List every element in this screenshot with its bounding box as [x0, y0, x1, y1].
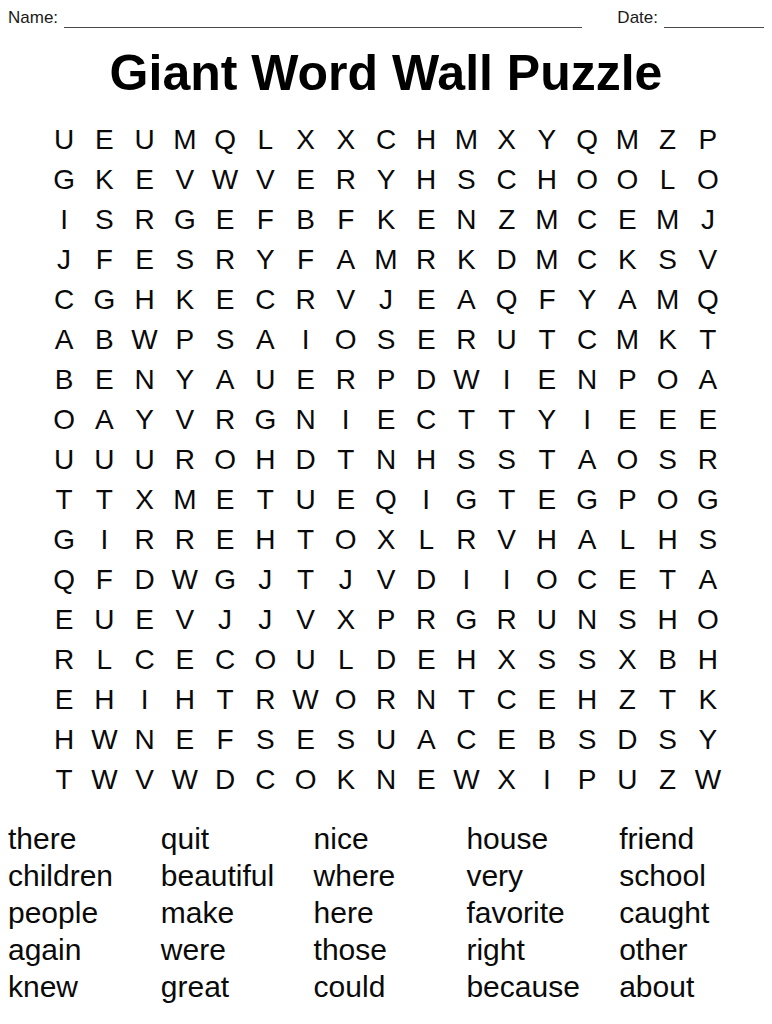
grid-cell: K	[326, 760, 366, 800]
grid-cell: V	[245, 160, 285, 200]
grid-cell: F	[205, 720, 245, 760]
grid-cell: S	[326, 720, 366, 760]
grid-cell: F	[285, 240, 325, 280]
worksheet-header: Name: Date:	[0, 0, 772, 28]
grid-cell: H	[44, 720, 84, 760]
grid-cell: I	[285, 320, 325, 360]
word-list-item: house	[466, 820, 619, 857]
worksheet-page: Name: Date: Giant Word Wall Puzzle UEUMQ…	[0, 0, 772, 1024]
word-list-item: beautiful	[161, 857, 314, 894]
grid-cell: C	[567, 240, 607, 280]
grid-cell: N	[406, 680, 446, 720]
grid-cell: L	[245, 120, 285, 160]
grid-cell: I	[326, 400, 366, 440]
grid-cell: X	[366, 520, 406, 560]
grid-cell: U	[245, 360, 285, 400]
grid-cell: A	[446, 280, 486, 320]
grid-cell: U	[124, 440, 164, 480]
word-list-item: right	[466, 931, 619, 968]
grid-cell: H	[446, 640, 486, 680]
grid-cell: E	[285, 360, 325, 400]
grid-cell: O	[607, 440, 647, 480]
grid-cell: R	[366, 680, 406, 720]
grid-cell: T	[527, 320, 567, 360]
grid-cell: E	[648, 400, 688, 440]
grid-cell: X	[487, 760, 527, 800]
grid-cell: C	[567, 560, 607, 600]
grid-cell: R	[406, 600, 446, 640]
grid-cell: V	[165, 400, 205, 440]
grid-cell: Y	[165, 360, 205, 400]
grid-cell: U	[527, 600, 567, 640]
grid-cell: X	[326, 120, 366, 160]
grid-cell: E	[366, 400, 406, 440]
grid-cell: R	[205, 240, 245, 280]
grid-cell: S	[648, 720, 688, 760]
grid-cell: X	[487, 120, 527, 160]
grid-cell: I	[124, 680, 164, 720]
grid-cell: J	[326, 560, 366, 600]
grid-cell: E	[406, 280, 446, 320]
grid-cell: C	[446, 720, 486, 760]
grid-cell: V	[124, 760, 164, 800]
grid-cell: T	[44, 480, 84, 520]
grid-cell: J	[245, 600, 285, 640]
grid-cell: U	[44, 120, 84, 160]
word-list-item: caught	[619, 894, 772, 931]
grid-cell: R	[406, 240, 446, 280]
grid-cell: E	[124, 600, 164, 640]
grid-cell: I	[446, 560, 486, 600]
grid-cell: R	[326, 160, 366, 200]
grid-cell: W	[84, 760, 124, 800]
grid-cell: C	[567, 200, 607, 240]
grid-cell: E	[165, 640, 205, 680]
grid-cell: E	[527, 480, 567, 520]
grid-cell: W	[165, 760, 205, 800]
grid-cell: K	[84, 160, 124, 200]
grid-cell: V	[165, 160, 205, 200]
grid-cell: T	[205, 680, 245, 720]
grid-cell: Y	[124, 400, 164, 440]
grid-cell: E	[527, 680, 567, 720]
grid-cell: K	[446, 240, 486, 280]
grid-cell: S	[648, 440, 688, 480]
grid-cell: S	[245, 720, 285, 760]
grid-cell: J	[245, 560, 285, 600]
grid-cell: O	[205, 440, 245, 480]
grid-cell: R	[446, 520, 486, 560]
grid-cell: G	[688, 480, 728, 520]
grid-cell: E	[607, 400, 647, 440]
grid-cell: O	[285, 760, 325, 800]
grid-cell: J	[44, 240, 84, 280]
grid-cell: T	[245, 480, 285, 520]
grid-cell: H	[245, 440, 285, 480]
grid-cell: V	[366, 560, 406, 600]
grid-cell: W	[165, 560, 205, 600]
grid-cell: C	[205, 640, 245, 680]
grid-cell: V	[285, 600, 325, 640]
grid-cell: E	[406, 640, 446, 680]
word-list-item: there	[8, 820, 161, 857]
grid-cell: E	[205, 200, 245, 240]
grid-cell: Y	[366, 160, 406, 200]
grid-cell: O	[245, 640, 285, 680]
grid-cell: H	[124, 280, 164, 320]
grid-cell: A	[688, 560, 728, 600]
grid-cell: Z	[648, 120, 688, 160]
grid-cell: O	[567, 160, 607, 200]
grid-cell: P	[688, 120, 728, 160]
word-list-item: could	[314, 968, 467, 1005]
grid-cell: X	[326, 600, 366, 640]
grid-cell: H	[688, 640, 728, 680]
grid-cell: T	[487, 400, 527, 440]
grid-cell: Q	[567, 120, 607, 160]
grid-cell: E	[205, 280, 245, 320]
grid-cell: Z	[607, 680, 647, 720]
word-list: therequitnicehousefriendchildrenbeautifu…	[8, 820, 772, 1005]
grid-cell: S	[648, 240, 688, 280]
grid-cell: E	[406, 760, 446, 800]
grid-cell: J	[688, 200, 728, 240]
grid-cell: B	[527, 720, 567, 760]
grid-cell: H	[527, 160, 567, 200]
grid-cell: U	[84, 440, 124, 480]
grid-cell: L	[607, 520, 647, 560]
grid-cell: H	[406, 120, 446, 160]
grid-cell: Y	[567, 280, 607, 320]
grid-cell: Q	[44, 560, 84, 600]
grid-cell: T	[84, 480, 124, 520]
grid-cell: I	[487, 360, 527, 400]
grid-cell: K	[165, 280, 205, 320]
grid-cell: R	[245, 680, 285, 720]
name-label: Name:	[8, 8, 58, 28]
grid-cell: S	[487, 440, 527, 480]
grid-cell: T	[688, 320, 728, 360]
grid-cell: D	[406, 360, 446, 400]
grid-cell: I	[406, 480, 446, 520]
grid-cell: B	[285, 200, 325, 240]
grid-cell: U	[487, 320, 527, 360]
date-label: Date:	[617, 8, 658, 28]
grid-cell: D	[205, 760, 245, 800]
grid-cell: H	[648, 600, 688, 640]
grid-cell: F	[84, 240, 124, 280]
grid-cell: G	[44, 520, 84, 560]
word-list-item: about	[619, 968, 772, 1005]
grid-cell: K	[607, 240, 647, 280]
grid-cell: N	[567, 600, 607, 640]
grid-cell: D	[487, 240, 527, 280]
grid-cell: G	[567, 480, 607, 520]
grid-cell: E	[607, 200, 647, 240]
grid-cell: N	[124, 720, 164, 760]
grid-cell: L	[648, 160, 688, 200]
grid-cell: S	[165, 240, 205, 280]
grid-cell: E	[205, 520, 245, 560]
name-blank-line	[64, 13, 582, 28]
grid-cell: M	[446, 120, 486, 160]
grid-cell: S	[607, 600, 647, 640]
word-list-item: those	[314, 931, 467, 968]
grid-cell: I	[527, 760, 567, 800]
word-list-item: nice	[314, 820, 467, 857]
grid-cell: T	[648, 560, 688, 600]
grid-cell: M	[366, 240, 406, 280]
grid-cell: S	[446, 440, 486, 480]
grid-cell: C	[406, 400, 446, 440]
grid-cell: R	[688, 440, 728, 480]
grid-cell: Y	[527, 400, 567, 440]
grid-cell: Q	[366, 480, 406, 520]
grid-cell: O	[688, 160, 728, 200]
grid-cell: O	[648, 360, 688, 400]
grid-cell: H	[84, 680, 124, 720]
grid-cell: E	[406, 320, 446, 360]
grid-cell: M	[527, 200, 567, 240]
word-list-item: children	[8, 857, 161, 894]
grid-cell: E	[285, 160, 325, 200]
grid-cell: W	[688, 760, 728, 800]
grid-cell: E	[124, 160, 164, 200]
grid-cell: O	[326, 680, 366, 720]
grid-cell: D	[124, 560, 164, 600]
grid-cell: V	[165, 600, 205, 640]
grid-cell: B	[648, 640, 688, 680]
grid-cell: Q	[205, 120, 245, 160]
name-field: Name:	[8, 8, 589, 28]
grid-cell: O	[688, 600, 728, 640]
grid-cell: R	[165, 440, 205, 480]
grid-cell: S	[205, 320, 245, 360]
grid-cell: I	[567, 400, 607, 440]
word-list-item: make	[161, 894, 314, 931]
grid-cell: C	[487, 680, 527, 720]
word-search-grid: UEUMQLXXCHMXYQMZPGKEVWVERYHSCHOOLOISRGEF…	[44, 120, 728, 800]
grid-cell: C	[245, 760, 285, 800]
word-list-item: school	[619, 857, 772, 894]
grid-cell: I	[84, 520, 124, 560]
grid-cell: W	[205, 160, 245, 200]
grid-cell: T	[44, 760, 84, 800]
grid-cell: O	[648, 480, 688, 520]
grid-cell: N	[366, 440, 406, 480]
grid-cell: Z	[487, 200, 527, 240]
word-list-item: again	[8, 931, 161, 968]
grid-cell: B	[44, 360, 84, 400]
page-title: Giant Word Wall Puzzle	[0, 44, 772, 102]
grid-cell: U	[607, 760, 647, 800]
grid-cell: P	[607, 360, 647, 400]
grid-cell: G	[205, 560, 245, 600]
grid-cell: S	[688, 520, 728, 560]
grid-cell: U	[44, 440, 84, 480]
word-list-item: other	[619, 931, 772, 968]
grid-cell: X	[285, 120, 325, 160]
grid-cell: A	[688, 360, 728, 400]
grid-cell: W	[124, 320, 164, 360]
grid-cell: O	[44, 400, 84, 440]
grid-cell: P	[366, 360, 406, 400]
grid-cell: F	[84, 560, 124, 600]
grid-cell: R	[326, 360, 366, 400]
word-list-item: great	[161, 968, 314, 1005]
word-list-item: because	[466, 968, 619, 1005]
grid-cell: A	[607, 280, 647, 320]
grid-cell: E	[487, 720, 527, 760]
grid-cell: F	[527, 280, 567, 320]
grid-cell: E	[688, 400, 728, 440]
grid-cell: U	[285, 480, 325, 520]
grid-cell: L	[406, 520, 446, 560]
grid-cell: E	[527, 360, 567, 400]
grid-cell: W	[446, 360, 486, 400]
grid-cell: M	[527, 240, 567, 280]
grid-cell: T	[446, 400, 486, 440]
grid-cell: G	[165, 200, 205, 240]
date-field: Date:	[617, 8, 764, 28]
grid-cell: R	[446, 320, 486, 360]
grid-cell: G	[446, 480, 486, 520]
grid-cell: C	[44, 280, 84, 320]
grid-cell: G	[44, 160, 84, 200]
grid-cell: R	[124, 200, 164, 240]
grid-cell: O	[326, 520, 366, 560]
grid-cell: R	[165, 520, 205, 560]
grid-cell: A	[245, 320, 285, 360]
grid-cell: G	[446, 600, 486, 640]
grid-cell: E	[124, 240, 164, 280]
word-list-item: here	[314, 894, 467, 931]
grid-cell: K	[648, 320, 688, 360]
grid-cell: K	[366, 200, 406, 240]
grid-cell: X	[487, 640, 527, 680]
grid-cell: D	[285, 440, 325, 480]
grid-cell: T	[527, 440, 567, 480]
grid-cell: E	[205, 480, 245, 520]
grid-cell: H	[165, 680, 205, 720]
grid-cell: E	[406, 200, 446, 240]
grid-cell: P	[366, 600, 406, 640]
grid-cell: O	[607, 160, 647, 200]
grid-cell: M	[607, 120, 647, 160]
grid-cell: B	[84, 320, 124, 360]
grid-cell: Y	[245, 240, 285, 280]
word-list-item: quit	[161, 820, 314, 857]
grid-cell: P	[165, 320, 205, 360]
grid-cell: M	[607, 320, 647, 360]
grid-cell: S	[567, 720, 607, 760]
grid-cell: D	[406, 560, 446, 600]
grid-cell: H	[406, 440, 446, 480]
grid-cell: J	[205, 600, 245, 640]
grid-cell: D	[607, 720, 647, 760]
grid-cell: A	[84, 400, 124, 440]
grid-cell: S	[527, 640, 567, 680]
grid-cell: A	[567, 520, 607, 560]
grid-cell: T	[285, 560, 325, 600]
grid-cell: H	[648, 520, 688, 560]
grid-cell: R	[285, 280, 325, 320]
grid-cell: S	[84, 200, 124, 240]
grid-cell: L	[326, 640, 366, 680]
word-list-item: favorite	[466, 894, 619, 931]
grid-cell: Q	[487, 280, 527, 320]
grid-cell: N	[285, 400, 325, 440]
grid-cell: X	[124, 480, 164, 520]
grid-cell: N	[366, 760, 406, 800]
word-list-item: people	[8, 894, 161, 931]
word-list-item: friend	[619, 820, 772, 857]
grid-cell: C	[487, 160, 527, 200]
grid-cell: U	[124, 120, 164, 160]
grid-cell: E	[44, 680, 84, 720]
grid-cell: I	[487, 560, 527, 600]
grid-cell: S	[567, 640, 607, 680]
grid-cell: F	[326, 200, 366, 240]
grid-cell: Y	[527, 120, 567, 160]
grid-cell: N	[567, 360, 607, 400]
grid-cell: E	[44, 600, 84, 640]
grid-cell: A	[205, 360, 245, 400]
grid-cell: N	[446, 200, 486, 240]
grid-cell: O	[527, 560, 567, 600]
grid-cell: M	[648, 280, 688, 320]
grid-cell: E	[84, 360, 124, 400]
grid-cell: S	[446, 160, 486, 200]
grid-cell: T	[487, 480, 527, 520]
grid-cell: U	[84, 600, 124, 640]
grid-cell: F	[245, 200, 285, 240]
grid-cell: I	[44, 200, 84, 240]
grid-cell: G	[84, 280, 124, 320]
grid-cell: E	[285, 720, 325, 760]
grid-cell: J	[366, 280, 406, 320]
grid-cell: R	[44, 640, 84, 680]
grid-cell: Z	[648, 760, 688, 800]
date-blank-line	[664, 13, 764, 28]
grid-cell: E	[84, 120, 124, 160]
grid-cell: A	[44, 320, 84, 360]
grid-cell: Q	[688, 280, 728, 320]
grid-cell: T	[648, 680, 688, 720]
grid-cell: N	[124, 360, 164, 400]
grid-cell: K	[688, 680, 728, 720]
grid-cell: E	[607, 560, 647, 600]
grid-cell: G	[245, 400, 285, 440]
grid-cell: R	[124, 520, 164, 560]
grid-cell: A	[326, 240, 366, 280]
word-list-item: knew	[8, 968, 161, 1005]
grid-cell: H	[527, 520, 567, 560]
grid-cell: L	[84, 640, 124, 680]
grid-cell: P	[607, 480, 647, 520]
word-list-item: where	[314, 857, 467, 894]
grid-cell: T	[446, 680, 486, 720]
grid-cell: M	[165, 120, 205, 160]
grid-cell: O	[326, 320, 366, 360]
grid-cell: H	[245, 520, 285, 560]
grid-cell: H	[567, 680, 607, 720]
grid-cell: X	[607, 640, 647, 680]
grid-cell: S	[366, 320, 406, 360]
grid-cell: C	[124, 640, 164, 680]
grid-cell: D	[366, 640, 406, 680]
grid-cell: W	[446, 760, 486, 800]
